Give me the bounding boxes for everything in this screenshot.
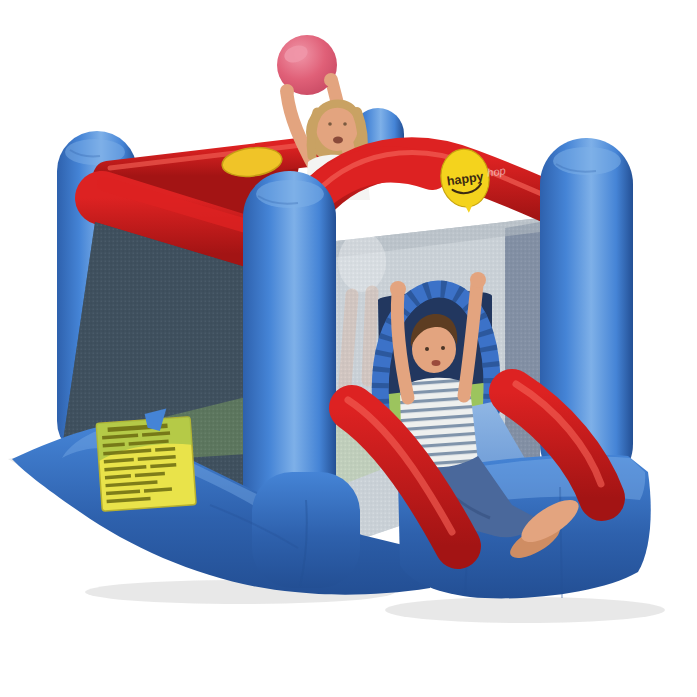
girl-right-hand bbox=[324, 73, 338, 87]
product-photo: happy hop bbox=[0, 0, 697, 697]
logo-text-secondary: hop bbox=[486, 164, 506, 178]
girl-mouth bbox=[333, 137, 343, 144]
boy-right-hand bbox=[470, 272, 486, 288]
bounce-house-illustration: happy hop bbox=[0, 0, 697, 697]
warning-label bbox=[95, 407, 196, 511]
girl-left-hand bbox=[280, 84, 294, 98]
boy-left-hand bbox=[390, 281, 406, 297]
boy-mouth bbox=[432, 360, 441, 366]
